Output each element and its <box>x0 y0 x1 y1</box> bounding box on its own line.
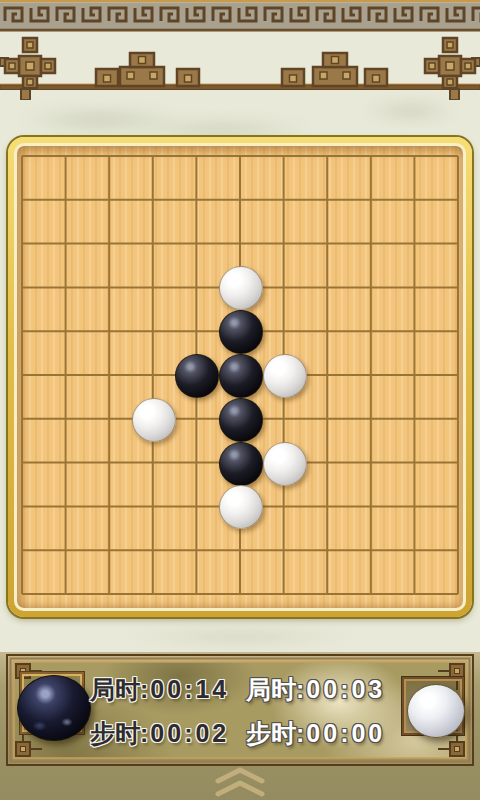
white-stone <box>132 398 176 442</box>
white-stone <box>263 354 307 398</box>
white-move-time-value: 00:00 <box>306 719 385 747</box>
black-move-time-row: 步时:00:02 <box>90 711 248 755</box>
white-game-time-row: 局时:00:03 <box>246 667 404 711</box>
black-timer-column: 局时:00:14 步时:00:02 <box>90 667 248 755</box>
black-stone <box>219 310 263 354</box>
black-stone <box>219 442 263 486</box>
black-game-time-label: 局时: <box>90 675 148 703</box>
top-border-ornament <box>0 0 480 100</box>
black-stone <box>219 354 263 398</box>
ink-wash-haze <box>40 620 440 654</box>
status-panel: 局时:00:14 步时:00:02 局时:00:03 步时:00:00 <box>6 654 474 766</box>
chevron-up-icon <box>218 783 262 794</box>
game-board[interactable] <box>8 137 472 617</box>
white-timer-column: 局时:00:03 步时:00:00 <box>246 667 404 755</box>
white-stone <box>263 442 307 486</box>
white-move-time-row: 步时:00:00 <box>246 711 404 755</box>
black-move-time-value: 00:02 <box>150 719 229 747</box>
black-game-time-value: 00:14 <box>150 675 229 703</box>
white-move-time-label: 步时: <box>246 719 304 747</box>
board-wood-surface <box>17 146 463 608</box>
black-player-stone <box>17 675 91 741</box>
game-screen: 局时:00:14 步时:00:02 局时:00:03 步时:00:00 <box>0 0 480 800</box>
white-player-stone <box>407 684 465 738</box>
chevron-up-icon <box>218 770 262 781</box>
black-game-time-row: 局时:00:14 <box>90 667 248 711</box>
black-stone <box>219 398 263 442</box>
expand-handle[interactable] <box>208 766 272 798</box>
black-move-time-label: 步时: <box>90 719 148 747</box>
white-game-time-value: 00:03 <box>306 675 385 703</box>
white-game-time-label: 局时: <box>246 675 304 703</box>
